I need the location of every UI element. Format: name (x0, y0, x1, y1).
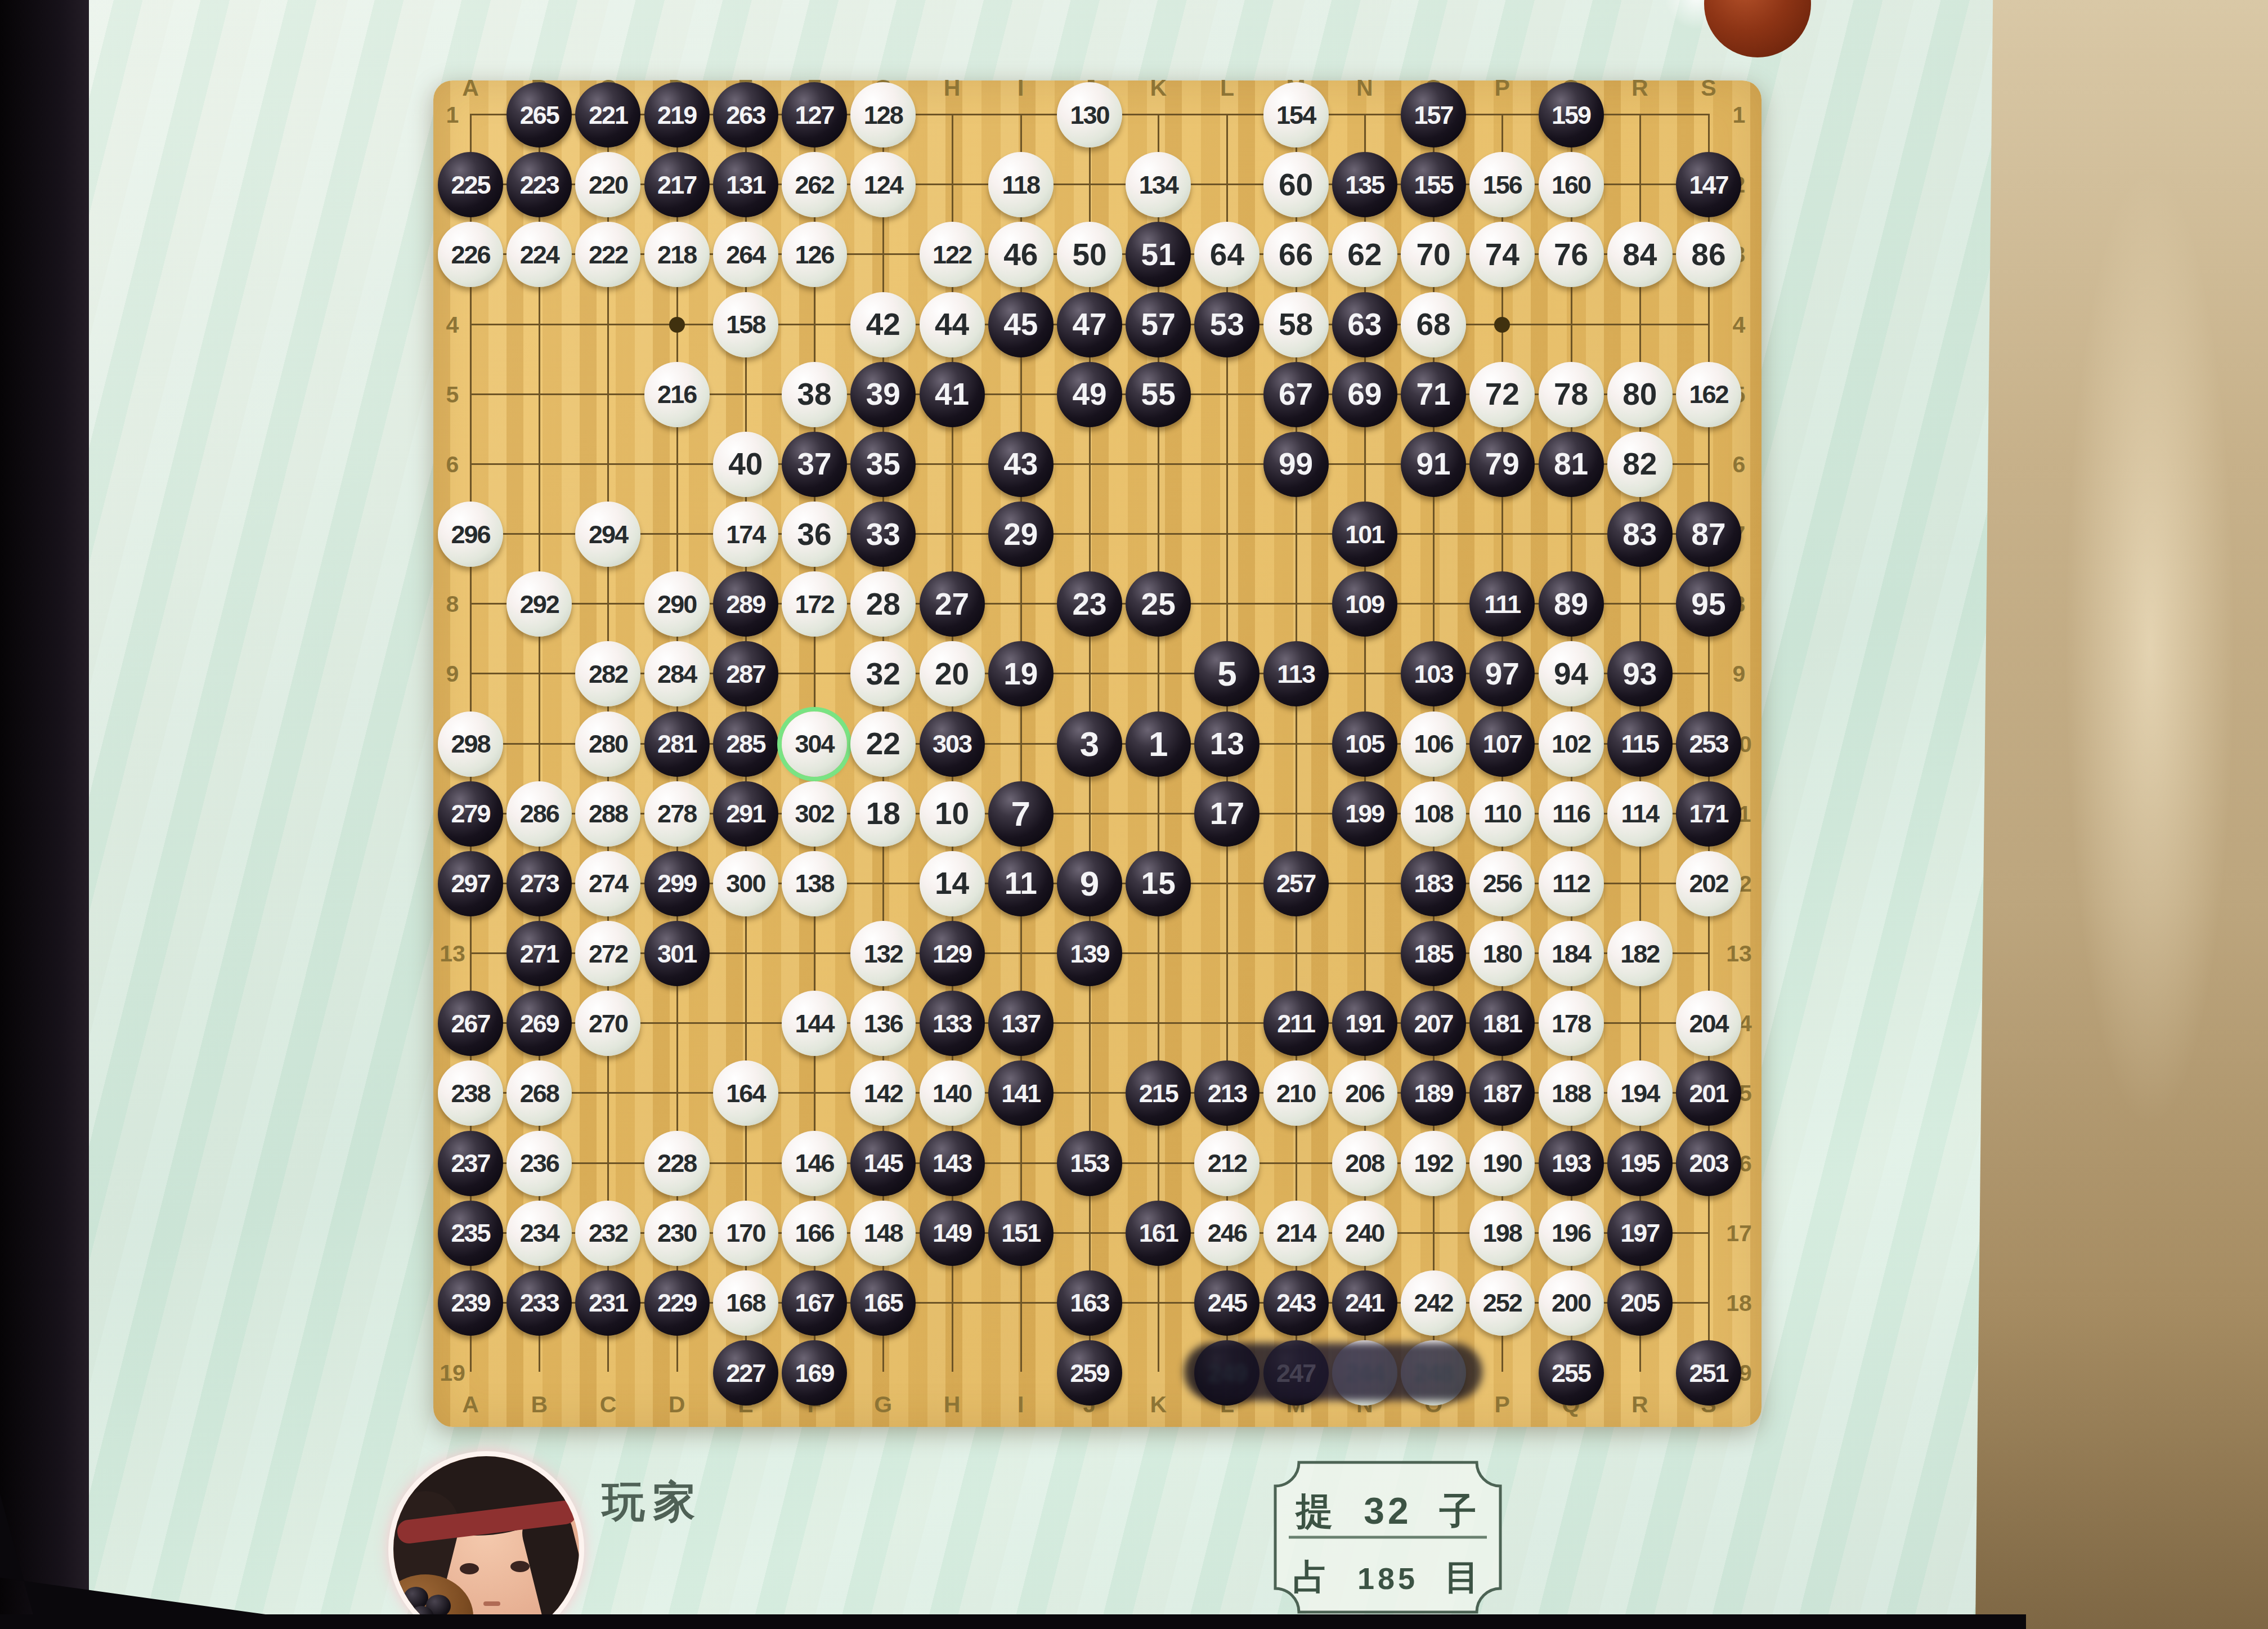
stone-white-move-188: 188 (1539, 1060, 1604, 1126)
stone-move-number: 218 (657, 242, 696, 267)
stone-move-number: 145 (864, 1151, 903, 1176)
stone-move-number: 298 (451, 731, 490, 757)
stone-white-move-164: 164 (713, 1060, 778, 1126)
stone-move-number: 273 (520, 871, 559, 896)
stone-move-number: 190 (1483, 1151, 1522, 1176)
stone-move-number: 78 (1554, 379, 1588, 410)
stone-black-move-231: 231 (575, 1270, 640, 1336)
stone-white-move-222: 222 (575, 222, 640, 287)
stone-white-move-210: 210 (1263, 1060, 1329, 1126)
stone-white-move-22: 22 (850, 711, 916, 777)
stone-white-move-32: 32 (850, 641, 916, 706)
stone-white-move-274: 274 (575, 851, 640, 916)
stone-black-move-171: 171 (1676, 781, 1741, 847)
stone-move-number: 168 (726, 1290, 765, 1315)
stone-white-move-240: 240 (1332, 1201, 1397, 1266)
stone-white-move-292: 292 (507, 571, 572, 637)
stone-move-number: 99 (1279, 449, 1313, 480)
stone-white-move-64: 64 (1194, 222, 1259, 287)
stone-white-move-106: 106 (1401, 711, 1466, 777)
stone-white-move-102: 102 (1539, 711, 1604, 777)
stone-move-number: 39 (866, 379, 900, 410)
row-label-right: 17 (1726, 1220, 1752, 1246)
stone-move-number: 215 (1139, 1081, 1178, 1106)
stone-white-move-94: 94 (1539, 641, 1604, 706)
stone-move-number: 49 (1072, 379, 1106, 410)
stone-black-move-163: 163 (1057, 1270, 1122, 1336)
stone-move-number: 154 (1276, 102, 1315, 128)
stone-move-number: 103 (1414, 661, 1453, 687)
stone-move-number: 53 (1210, 309, 1244, 340)
row-label-left: 6 (446, 451, 459, 477)
stone-move-number: 281 (657, 731, 696, 757)
stone-move-number: 127 (795, 102, 834, 128)
stone-white-move-84: 84 (1607, 222, 1673, 287)
stone-move-number: 304 (795, 731, 834, 757)
stone-black-move-289: 289 (713, 571, 778, 637)
stone-black-move-141: 141 (988, 1060, 1054, 1126)
stone-move-number: 5 (1217, 656, 1236, 691)
stone-white-move-268: 268 (507, 1060, 572, 1126)
stone-white-move-194: 194 (1607, 1060, 1673, 1126)
stone-black-move-57: 57 (1126, 292, 1191, 357)
stone-move-number: 223 (520, 172, 559, 198)
stone-white-move-134: 134 (1126, 152, 1191, 217)
stone-white-move-76: 76 (1539, 222, 1604, 287)
stone-black-move-107: 107 (1469, 711, 1535, 777)
territory-unit: 目 (1445, 1558, 1483, 1596)
stone-move-number: 278 (657, 801, 696, 826)
stone-black-move-3: 3 (1057, 711, 1122, 777)
stone-move-number: 47 (1072, 309, 1106, 340)
stone-white-move-246: 246 (1194, 1201, 1259, 1266)
stone-move-number: 181 (1483, 1011, 1522, 1036)
stone-black-move-229: 229 (644, 1270, 710, 1336)
stone-move-number: 200 (1552, 1290, 1590, 1315)
stone-move-number: 234 (520, 1220, 559, 1246)
stone-black-move-211: 211 (1263, 991, 1329, 1056)
stone-move-number: 44 (935, 309, 969, 340)
stone-white-move-126: 126 (782, 222, 847, 287)
stone-move-number: 187 (1483, 1081, 1522, 1106)
captures-row: 提 32 子 (1270, 1486, 1506, 1537)
stone-move-number: 243 (1276, 1290, 1315, 1315)
stone-white-move-288: 288 (575, 781, 640, 847)
stone-white-move-60: 60 (1263, 152, 1329, 217)
stone-white-move-20: 20 (920, 641, 985, 706)
stone-white-move-146: 146 (782, 1131, 847, 1196)
stone-white-move-138: 138 (782, 851, 847, 916)
stone-move-number: 80 (1622, 379, 1657, 410)
stone-black-move-255: 255 (1539, 1340, 1604, 1406)
stone-move-number: 69 (1347, 379, 1382, 410)
stone-move-number: 118 (1002, 172, 1039, 198)
stone-move-number: 153 (1070, 1151, 1109, 1176)
stone-move-number: 83 (1622, 519, 1657, 550)
stone-black-move-193: 193 (1539, 1131, 1604, 1196)
stone-move-number: 144 (795, 1011, 834, 1036)
stone-move-number: 291 (726, 801, 765, 826)
stone-move-number: 140 (933, 1081, 971, 1106)
stone-move-number: 242 (1414, 1290, 1453, 1315)
stone-move-number: 171 (1689, 801, 1728, 826)
stone-black-move-115: 115 (1607, 711, 1673, 777)
stone-white-move-208: 208 (1332, 1131, 1397, 1196)
stone-move-number: 157 (1414, 102, 1453, 128)
row-label-right: 1 (1733, 102, 1746, 128)
stone-move-number: 303 (933, 731, 971, 757)
player-name-label: 玩家 (602, 1474, 703, 1532)
stone-move-number: 25 (1141, 589, 1176, 620)
stone-move-number: 294 (589, 522, 627, 547)
stone-move-number: 213 (1208, 1081, 1247, 1106)
stone-white-move-82: 82 (1607, 432, 1673, 497)
stone-black-move-165: 165 (850, 1270, 916, 1336)
stone-move-number: 72 (1485, 379, 1520, 410)
stone-move-number: 162 (1689, 382, 1728, 407)
stone-white-move-190: 190 (1469, 1131, 1535, 1196)
stone-move-number: 136 (864, 1011, 903, 1036)
stone-black-move-67: 67 (1263, 362, 1329, 427)
stone-move-number: 240 (1345, 1220, 1384, 1246)
captures-value: 32 (1364, 1490, 1411, 1532)
stone-black-move-25: 25 (1126, 571, 1191, 637)
stone-black-move-213: 213 (1194, 1060, 1259, 1126)
stone-move-number: 13 (1210, 728, 1244, 759)
stone-move-number: 241 (1345, 1290, 1384, 1315)
stone-white-move-58: 58 (1263, 292, 1329, 357)
stone-black-move-239: 239 (438, 1270, 503, 1336)
stone-black-move-41: 41 (920, 362, 985, 427)
column-label-top: R (1631, 75, 1648, 101)
stone-black-move-217: 217 (644, 152, 710, 217)
stone-white-move-116: 116 (1539, 781, 1604, 847)
stone-black-move-51: 51 (1126, 222, 1191, 287)
stone-white-move-180: 180 (1469, 921, 1535, 986)
stone-black-move-37: 37 (782, 432, 847, 497)
stone-move-number: 193 (1552, 1151, 1590, 1176)
stone-move-number: 189 (1414, 1081, 1453, 1106)
stone-black-move-113: 113 (1263, 641, 1329, 706)
column-label-bottom: P (1495, 1391, 1510, 1418)
stone-move-number: 14 (935, 868, 969, 899)
stone-white-move-144: 144 (782, 991, 847, 1056)
stone-move-number: 285 (726, 731, 765, 757)
stone-black-move-101: 101 (1332, 502, 1397, 567)
stone-move-number: 139 (1070, 941, 1109, 966)
row-label-left: 13 (440, 941, 465, 967)
stone-white-move-178: 178 (1539, 991, 1604, 1056)
stone-white-move-154: 154 (1263, 82, 1329, 147)
stone-move-number: 62 (1347, 239, 1382, 270)
stone-move-number: 239 (451, 1290, 490, 1315)
stone-white-move-200: 200 (1539, 1270, 1604, 1336)
stone-black-move-45: 45 (988, 292, 1054, 357)
stone-black-move-91: 91 (1401, 432, 1466, 497)
stone-move-number: 207 (1414, 1011, 1453, 1036)
stone-move-number: 147 (1689, 172, 1728, 198)
stone-move-number: 32 (866, 659, 900, 690)
column-label-bottom: H (944, 1391, 961, 1418)
stone-white-move-38: 38 (782, 362, 847, 427)
stone-move-number: 264 (726, 242, 765, 267)
stone-move-number: 225 (451, 172, 490, 198)
stone-black-move-29: 29 (988, 502, 1054, 567)
stone-black-move-133: 133 (920, 991, 985, 1056)
stone-white-move-46: 46 (988, 222, 1054, 287)
stone-white-move-10: 10 (920, 781, 985, 847)
stone-move-number: 170 (726, 1220, 765, 1246)
stone-black-move-291: 291 (713, 781, 778, 847)
column-label-bottom: I (1018, 1391, 1024, 1418)
stone-move-number: 296 (451, 522, 490, 547)
stone-move-number: 114 (1621, 801, 1659, 826)
stone-move-number: 192 (1414, 1151, 1453, 1176)
stone-move-number: 28 (866, 589, 900, 620)
stone-black-move-195: 195 (1607, 1131, 1673, 1196)
column-label-top: L (1220, 75, 1234, 101)
row-label-right: 4 (1733, 311, 1746, 338)
stone-white-move-232: 232 (575, 1201, 640, 1266)
stone-move-number: 7 (1011, 796, 1030, 831)
stone-black-move-269: 269 (507, 991, 572, 1056)
stone-white-move-218: 218 (644, 222, 710, 287)
stone-move-number: 159 (1552, 102, 1590, 128)
stone-black-move-215: 215 (1126, 1060, 1191, 1126)
stone-move-number: 164 (726, 1081, 765, 1106)
stone-move-number: 284 (657, 661, 696, 687)
stone-move-number: 297 (451, 871, 490, 896)
stone-black-move-235: 235 (438, 1201, 503, 1266)
stone-white-move-108: 108 (1401, 781, 1466, 847)
stone-black-move-237: 237 (438, 1131, 503, 1196)
stone-move-number: 255 (1552, 1361, 1590, 1386)
stone-move-number: 206 (1345, 1081, 1384, 1106)
stone-white-move-80: 80 (1607, 362, 1673, 427)
column-label-top: I (1018, 75, 1024, 101)
stone-white-move-118: 118 (988, 152, 1054, 217)
background-fabric-fold (2065, 169, 2234, 1126)
stone-move-number: 229 (657, 1290, 696, 1315)
stone-white-move-206: 206 (1332, 1060, 1397, 1126)
stone-move-number: 184 (1552, 941, 1590, 966)
stone-black-move-153: 153 (1057, 1131, 1122, 1196)
stone-white-move-234: 234 (507, 1201, 572, 1266)
stone-move-number: 42 (866, 309, 900, 340)
stone-move-number: 197 (1620, 1220, 1659, 1246)
stone-black-move-299: 299 (644, 851, 710, 916)
stone-white-move-162: 162 (1676, 362, 1741, 427)
stone-move-number: 3 (1080, 727, 1099, 762)
stone-black-move-205: 205 (1607, 1270, 1673, 1336)
stone-white-move-28: 28 (850, 571, 916, 637)
stone-move-number: 94 (1554, 659, 1588, 690)
stone-move-number: 256 (1483, 871, 1522, 896)
stone-move-number: 133 (933, 1011, 971, 1036)
column-label-bottom: C (600, 1391, 617, 1418)
stone-move-number: 301 (657, 941, 696, 966)
stone-black-move-83: 83 (1607, 502, 1673, 567)
stone-white-move-204: 204 (1676, 991, 1741, 1056)
stone-white-move-298: 298 (438, 711, 503, 777)
stone-move-number: 253 (1689, 731, 1728, 757)
stone-move-number: 238 (451, 1081, 490, 1106)
stone-move-number: 10 (935, 798, 969, 829)
stone-move-number: 51 (1141, 239, 1176, 270)
row-label-left: 5 (446, 381, 459, 408)
stone-white-move-300: 300 (713, 851, 778, 916)
stone-black-move-155: 155 (1401, 152, 1466, 217)
stone-move-number: 271 (520, 941, 559, 966)
stone-black-move-287: 287 (713, 641, 778, 706)
stone-black-move-225: 225 (438, 152, 503, 217)
stone-white-move-264: 264 (713, 222, 778, 287)
stone-move-number: 188 (1552, 1081, 1590, 1106)
stone-white-move-158: 158 (713, 292, 778, 357)
stone-move-number: 292 (520, 592, 559, 617)
column-label-bottom: R (1631, 1391, 1648, 1418)
star-point (1494, 317, 1510, 333)
stone-black-move-137: 137 (988, 991, 1054, 1056)
stone-black-move-149: 149 (920, 1201, 985, 1266)
stone-move-number: 203 (1689, 1151, 1728, 1176)
stone-move-number: 33 (866, 519, 900, 550)
stone-move-number: 183 (1414, 871, 1453, 896)
stone-black-move-97: 97 (1469, 641, 1535, 706)
stone-move-number: 81 (1554, 449, 1588, 480)
stone-black-move-223: 223 (507, 152, 572, 217)
stone-move-number: 232 (589, 1220, 627, 1246)
stone-black-move-13: 13 (1194, 711, 1259, 777)
stone-black-move-147: 147 (1676, 152, 1741, 217)
stone-move-number: 107 (1483, 731, 1522, 757)
stone-move-number: 269 (520, 1011, 559, 1036)
stone-white-move-62: 62 (1332, 222, 1397, 287)
stone-black-move-259: 259 (1057, 1340, 1122, 1406)
stone-white-move-302: 302 (782, 781, 847, 847)
stone-white-move-168: 168 (713, 1270, 778, 1336)
stone-move-number: 230 (657, 1220, 696, 1246)
stone-move-number: 231 (589, 1290, 627, 1315)
stone-move-number: 236 (520, 1151, 559, 1176)
stone-move-number: 199 (1345, 801, 1384, 826)
stone-move-number: 131 (726, 172, 765, 198)
stone-move-number: 214 (1276, 1220, 1315, 1246)
stone-move-number: 251 (1689, 1361, 1728, 1386)
row-label-left: 19 (440, 1360, 465, 1386)
stone-white-move-242: 242 (1401, 1270, 1466, 1336)
stone-black-move-79: 79 (1469, 432, 1535, 497)
stone-move-number: 268 (520, 1081, 559, 1106)
tablet-bezel-left (0, 0, 89, 1629)
stone-move-number: 36 (797, 519, 832, 550)
stone-move-number: 227 (726, 1361, 765, 1386)
stone-white-move-14: 14 (920, 851, 985, 916)
stone-black-move-135: 135 (1332, 152, 1397, 217)
stone-move-number: 161 (1139, 1220, 1178, 1246)
stone-black-move-245: 245 (1194, 1270, 1259, 1336)
stone-white-move-128: 128 (850, 82, 916, 147)
stone-move-number: 64 (1210, 239, 1244, 270)
stone-black-move-157: 157 (1401, 82, 1466, 147)
stone-white-move-284: 284 (644, 641, 710, 706)
avatar-eye-right (510, 1561, 530, 1572)
stone-black-move-273: 273 (507, 851, 572, 916)
stone-move-number: 130 (1070, 102, 1109, 128)
stone-black-move-191: 191 (1332, 991, 1397, 1056)
stone-move-number: 109 (1345, 592, 1384, 617)
stone-black-move-71: 71 (1401, 362, 1466, 427)
stone-black-move-241: 241 (1332, 1270, 1397, 1336)
stone-move-number: 270 (589, 1011, 627, 1036)
stone-black-move-281: 281 (644, 711, 710, 777)
stone-move-number: 226 (451, 242, 490, 267)
stone-white-move-174: 174 (713, 502, 778, 567)
stone-black-move-99: 99 (1263, 432, 1329, 497)
stone-white-move-294: 294 (575, 502, 640, 567)
stone-white-move-124: 124 (850, 152, 916, 217)
stone-move-number: 15 (1141, 868, 1176, 899)
stone-move-number: 11 (1005, 868, 1037, 899)
stone-move-number: 204 (1689, 1011, 1728, 1036)
stone-black-move-265: 265 (507, 82, 572, 147)
stone-black-move-129: 129 (920, 921, 985, 986)
stone-move-number: 299 (657, 871, 696, 896)
stone-move-number: 274 (589, 871, 627, 896)
stone-move-number: 246 (1208, 1220, 1247, 1246)
go-board[interactable]: AABBCCDDEEFFGGHHIIJJKKLLMMNNOOPPQQRRSS11… (433, 80, 1761, 1427)
stone-black-move-7: 7 (988, 781, 1054, 847)
territory-value: 185 (1357, 1561, 1418, 1595)
stone-move-number: 134 (1139, 172, 1178, 198)
stone-black-move-197: 197 (1607, 1201, 1673, 1266)
stone-black-move-143: 143 (920, 1131, 985, 1196)
stone-black-move-49: 49 (1057, 362, 1122, 427)
stone-white-move-122: 122 (920, 222, 985, 287)
stone-black-move-189: 189 (1401, 1060, 1466, 1126)
stone-black-move-161: 161 (1126, 1201, 1191, 1266)
captures-label: 提 (1296, 1490, 1337, 1532)
score-plaque: 提 32 子 占 185 目 (1270, 1457, 1506, 1618)
stone-white-move-86: 86 (1676, 222, 1741, 287)
stone-black-move-89: 89 (1539, 571, 1604, 637)
stone-black-move-9: 9 (1057, 851, 1122, 916)
stone-move-number: 228 (657, 1151, 696, 1176)
stone-white-move-142: 142 (850, 1060, 916, 1126)
stone-move-number: 112 (1552, 871, 1590, 896)
territory-row: 占 185 目 (1270, 1554, 1506, 1601)
stone-move-number: 208 (1345, 1151, 1384, 1176)
stone-move-number: 245 (1208, 1290, 1247, 1315)
stone-move-number: 156 (1483, 172, 1522, 198)
stone-black-move-253: 253 (1676, 711, 1741, 777)
stone-white-move-44: 44 (920, 292, 985, 357)
stone-move-number: 221 (589, 102, 627, 128)
avatar-mouth (483, 1601, 500, 1606)
stone-move-number: 29 (1003, 519, 1038, 550)
stone-move-number: 290 (657, 592, 696, 617)
stone-move-number: 288 (589, 801, 627, 826)
stone-move-number: 142 (864, 1081, 903, 1106)
stone-move-number: 106 (1414, 731, 1453, 757)
go-grid: AABBCCDDEEFFGGHHIIJJKKLLMMNNOOPPQQRRSS11… (470, 115, 1710, 1373)
stone-white-move-42: 42 (850, 292, 916, 357)
stone-black-move-285: 285 (713, 711, 778, 777)
stone-white-move-40: 40 (713, 432, 778, 497)
stone-black-move-33: 33 (850, 502, 916, 567)
stone-move-number: 89 (1554, 589, 1588, 620)
stone-move-number: 79 (1485, 449, 1520, 480)
